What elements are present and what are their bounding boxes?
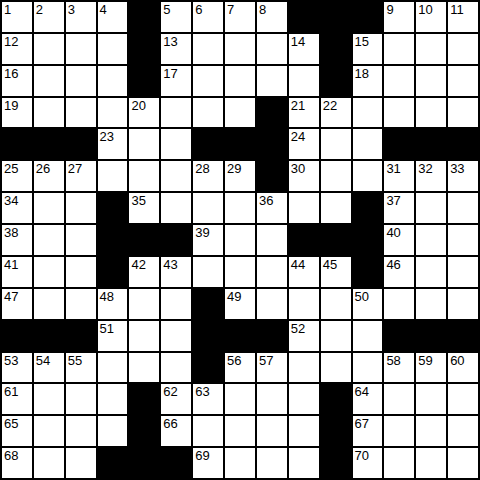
clue-number-58: 58: [386, 353, 400, 368]
clue-number-51: 51: [100, 321, 114, 336]
black-cell-r7c11: [353, 225, 383, 255]
black-cell-r10c6: [193, 321, 223, 351]
clue-number-50: 50: [355, 289, 369, 304]
white-cell-r4c10[interactable]: [321, 129, 351, 159]
white-cell-r0c6[interactable]: 6: [193, 2, 223, 32]
clue-number-70: 70: [355, 448, 369, 463]
black-cell-r9c6: [193, 289, 223, 319]
clue-number-17: 17: [163, 66, 177, 81]
white-cell-r5c2[interactable]: 27: [66, 161, 96, 191]
white-cell-r10c5[interactable]: [161, 321, 191, 351]
white-cell-r7c8[interactable]: [257, 225, 287, 255]
white-cell-r10c10[interactable]: [321, 321, 351, 351]
black-cell-r10c2: [66, 321, 96, 351]
white-cell-r9c0[interactable]: 47: [2, 289, 32, 319]
black-cell-r7c5: [161, 225, 191, 255]
white-cell-r9c13[interactable]: [416, 289, 446, 319]
clue-number-25: 25: [4, 161, 18, 176]
white-cell-r10c3[interactable]: 51: [98, 321, 128, 351]
white-cell-r12c7[interactable]: [225, 384, 255, 414]
black-cell-r7c4: [129, 225, 159, 255]
white-cell-r2c13[interactable]: [416, 66, 446, 96]
white-cell-r2c3[interactable]: [98, 66, 128, 96]
white-cell-r6c0[interactable]: 34: [2, 193, 32, 223]
white-cell-r5c14[interactable]: 33: [448, 161, 478, 191]
clue-number-57: 57: [259, 353, 273, 368]
white-cell-r0c13[interactable]: 10: [416, 2, 446, 32]
white-cell-r5c4[interactable]: [129, 161, 159, 191]
white-cell-r12c0[interactable]: 61: [2, 384, 32, 414]
white-cell-r7c1[interactable]: [34, 225, 64, 255]
white-cell-r12c11[interactable]: 64: [353, 384, 383, 414]
white-cell-r13c0[interactable]: 65: [2, 416, 32, 446]
white-cell-r4c3[interactable]: 23: [98, 129, 128, 159]
white-cell-r1c2[interactable]: [66, 34, 96, 64]
black-cell-r0c11: [353, 2, 383, 32]
black-cell-r0c4: [129, 2, 159, 32]
white-cell-r8c13[interactable]: [416, 257, 446, 287]
black-cell-r4c14: [448, 129, 478, 159]
white-cell-r1c11[interactable]: 15: [353, 34, 383, 64]
white-cell-r14c8[interactable]: [257, 448, 287, 478]
white-cell-r6c12[interactable]: 37: [384, 193, 414, 223]
clue-number-8: 8: [259, 2, 266, 17]
white-cell-r6c2[interactable]: [66, 193, 96, 223]
white-cell-r3c12[interactable]: [384, 98, 414, 128]
white-cell-r5c9[interactable]: 30: [289, 161, 319, 191]
white-cell-r4c5[interactable]: [161, 129, 191, 159]
white-cell-r4c11[interactable]: [353, 129, 383, 159]
clue-number-13: 13: [163, 34, 177, 49]
white-cell-r2c1[interactable]: [34, 66, 64, 96]
white-cell-r8c4[interactable]: 42: [129, 257, 159, 287]
black-cell-r10c14: [448, 321, 478, 351]
clue-number-40: 40: [386, 225, 400, 240]
black-cell-r1c4: [129, 34, 159, 64]
clue-number-36: 36: [259, 193, 273, 208]
clue-number-69: 69: [195, 448, 209, 463]
white-cell-r7c2[interactable]: [66, 225, 96, 255]
white-cell-r12c13[interactable]: [416, 384, 446, 414]
black-cell-r10c8: [257, 321, 287, 351]
white-cell-r3c1[interactable]: [34, 98, 64, 128]
clue-number-20: 20: [131, 98, 145, 113]
white-cell-r5c12[interactable]: 31: [384, 161, 414, 191]
white-cell-r2c11[interactable]: 18: [353, 66, 383, 96]
white-cell-r1c5[interactable]: 13: [161, 34, 191, 64]
white-cell-r1c13[interactable]: [416, 34, 446, 64]
white-cell-r1c7[interactable]: [225, 34, 255, 64]
clue-number-64: 64: [355, 384, 369, 399]
clue-number-53: 53: [4, 353, 18, 368]
white-cell-r2c2[interactable]: [66, 66, 96, 96]
white-cell-r7c12[interactable]: 40: [384, 225, 414, 255]
white-cell-r3c11[interactable]: [353, 98, 383, 128]
white-cell-r3c6[interactable]: [193, 98, 223, 128]
clue-number-46: 46: [386, 257, 400, 272]
clue-number-34: 34: [4, 193, 18, 208]
white-cell-r9c12[interactable]: [384, 289, 414, 319]
black-cell-r1c10: [321, 34, 351, 64]
black-cell-r2c10: [321, 66, 351, 96]
white-cell-r1c9[interactable]: 14: [289, 34, 319, 64]
white-cell-r6c1[interactable]: [34, 193, 64, 223]
white-cell-r12c1[interactable]: [34, 384, 64, 414]
clue-number-10: 10: [418, 2, 432, 17]
black-cell-r14c3: [98, 448, 128, 478]
black-cell-r14c4: [129, 448, 159, 478]
white-cell-r14c14[interactable]: [448, 448, 478, 478]
white-cell-r11c7[interactable]: 56: [225, 353, 255, 383]
black-cell-r6c11: [353, 193, 383, 223]
black-cell-r4c0: [2, 129, 32, 159]
black-cell-r10c7: [225, 321, 255, 351]
white-cell-r2c12[interactable]: [384, 66, 414, 96]
white-cell-r0c2[interactable]: 3: [66, 2, 96, 32]
clue-number-24: 24: [291, 129, 305, 144]
clue-number-18: 18: [355, 66, 369, 81]
white-cell-r11c13[interactable]: 59: [416, 353, 446, 383]
black-cell-r4c12: [384, 129, 414, 159]
clue-number-23: 23: [100, 129, 114, 144]
clue-number-28: 28: [195, 161, 209, 176]
white-cell-r1c6[interactable]: [193, 34, 223, 64]
clue-number-52: 52: [291, 321, 305, 336]
white-cell-r14c2[interactable]: [66, 448, 96, 478]
clue-number-62: 62: [163, 384, 177, 399]
white-cell-r11c4[interactable]: [129, 353, 159, 383]
white-cell-r1c0[interactable]: 12: [2, 34, 32, 64]
white-cell-r1c14[interactable]: [448, 34, 478, 64]
white-cell-r5c5[interactable]: [161, 161, 191, 191]
clue-number-68: 68: [4, 448, 18, 463]
clue-number-31: 31: [386, 161, 400, 176]
clue-number-41: 41: [4, 257, 18, 272]
clue-number-15: 15: [355, 34, 369, 49]
clue-number-1: 1: [4, 2, 11, 17]
black-cell-r0c9: [289, 2, 319, 32]
clue-number-3: 3: [68, 2, 75, 17]
white-cell-r13c14[interactable]: [448, 416, 478, 446]
clue-number-16: 16: [4, 66, 18, 81]
black-cell-r14c10: [321, 448, 351, 478]
clue-number-30: 30: [291, 161, 305, 176]
white-cell-r1c3[interactable]: [98, 34, 128, 64]
white-cell-r11c0[interactable]: 53: [2, 353, 32, 383]
black-cell-r3c8: [257, 98, 287, 128]
clue-number-42: 42: [131, 257, 145, 272]
black-cell-r4c13: [416, 129, 446, 159]
white-cell-r3c7[interactable]: [225, 98, 255, 128]
white-cell-r3c10[interactable]: 22: [321, 98, 351, 128]
white-cell-r12c14[interactable]: [448, 384, 478, 414]
white-cell-r14c0[interactable]: 68: [2, 448, 32, 478]
white-cell-r7c7[interactable]: [225, 225, 255, 255]
white-cell-r9c1[interactable]: [34, 289, 64, 319]
white-cell-r6c7[interactable]: [225, 193, 255, 223]
white-cell-r3c13[interactable]: [416, 98, 446, 128]
white-cell-r12c6[interactable]: 63: [193, 384, 223, 414]
clue-number-48: 48: [100, 289, 114, 304]
white-cell-r1c1[interactable]: [34, 34, 64, 64]
white-cell-r6c6[interactable]: [193, 193, 223, 223]
white-cell-r2c14[interactable]: [448, 66, 478, 96]
black-cell-r10c12: [384, 321, 414, 351]
white-cell-r6c14[interactable]: [448, 193, 478, 223]
clue-number-33: 33: [450, 161, 464, 176]
white-cell-r11c2[interactable]: 55: [66, 353, 96, 383]
clue-number-49: 49: [227, 289, 241, 304]
white-cell-r13c6[interactable]: [193, 416, 223, 446]
clue-number-9: 9: [386, 2, 393, 17]
clue-number-61: 61: [4, 384, 18, 399]
white-cell-r7c14[interactable]: [448, 225, 478, 255]
white-cell-r9c9[interactable]: [289, 289, 319, 319]
white-cell-r11c5[interactable]: [161, 353, 191, 383]
white-cell-r11c3[interactable]: [98, 353, 128, 383]
black-cell-r6c3: [98, 193, 128, 223]
clue-number-4: 4: [100, 2, 107, 17]
black-cell-r13c4: [129, 416, 159, 446]
clue-number-56: 56: [227, 353, 241, 368]
white-cell-r4c9[interactable]: 24: [289, 129, 319, 159]
black-cell-r4c7: [225, 129, 255, 159]
white-cell-r0c7[interactable]: 7: [225, 2, 255, 32]
white-cell-r13c13[interactable]: [416, 416, 446, 446]
white-cell-r7c0[interactable]: 38: [2, 225, 32, 255]
white-cell-r8c1[interactable]: [34, 257, 64, 287]
white-cell-r12c3[interactable]: [98, 384, 128, 414]
white-cell-r2c5[interactable]: 17: [161, 66, 191, 96]
white-cell-r5c7[interactable]: 29: [225, 161, 255, 191]
clue-number-27: 27: [68, 161, 82, 176]
clue-number-44: 44: [291, 257, 305, 272]
white-cell-r6c8[interactable]: 36: [257, 193, 287, 223]
white-cell-r9c7[interactable]: 49: [225, 289, 255, 319]
black-cell-r2c4: [129, 66, 159, 96]
white-cell-r8c12[interactable]: 46: [384, 257, 414, 287]
clue-number-22: 22: [323, 98, 337, 113]
clue-number-63: 63: [195, 384, 209, 399]
white-cell-r5c10[interactable]: [321, 161, 351, 191]
clue-number-37: 37: [386, 193, 400, 208]
white-cell-r9c10[interactable]: [321, 289, 351, 319]
white-cell-r9c4[interactable]: [129, 289, 159, 319]
white-cell-r6c5[interactable]: [161, 193, 191, 223]
white-cell-r8c0[interactable]: 41: [2, 257, 32, 287]
white-cell-r0c8[interactable]: 8: [257, 2, 287, 32]
white-cell-r13c1[interactable]: [34, 416, 64, 446]
white-cell-r1c8[interactable]: [257, 34, 287, 64]
black-cell-r5c8: [257, 161, 287, 191]
black-cell-r11c6: [193, 353, 223, 383]
white-cell-r2c6[interactable]: [193, 66, 223, 96]
white-cell-r11c8[interactable]: 57: [257, 353, 287, 383]
white-cell-r5c6[interactable]: 28: [193, 161, 223, 191]
clue-number-35: 35: [131, 193, 145, 208]
clue-number-26: 26: [36, 161, 50, 176]
white-cell-r9c14[interactable]: [448, 289, 478, 319]
black-cell-r7c3: [98, 225, 128, 255]
white-cell-r8c7[interactable]: [225, 257, 255, 287]
clue-number-12: 12: [4, 34, 18, 49]
clue-number-5: 5: [163, 2, 170, 17]
crossword-grid: 1234567891011121314151617181920212223242…: [0, 0, 480, 480]
white-cell-r12c12[interactable]: [384, 384, 414, 414]
white-cell-r14c1[interactable]: [34, 448, 64, 478]
white-cell-r2c7[interactable]: [225, 66, 255, 96]
white-cell-r10c4[interactable]: [129, 321, 159, 351]
black-cell-r12c4: [129, 384, 159, 414]
white-cell-r14c11[interactable]: 70: [353, 448, 383, 478]
clue-number-54: 54: [36, 353, 50, 368]
white-cell-r8c5[interactable]: 43: [161, 257, 191, 287]
white-cell-r13c12[interactable]: [384, 416, 414, 446]
white-cell-r8c10[interactable]: 45: [321, 257, 351, 287]
black-cell-r7c9: [289, 225, 319, 255]
clue-number-39: 39: [195, 225, 209, 240]
black-cell-r4c2: [66, 129, 96, 159]
black-cell-r7c10: [321, 225, 351, 255]
clue-number-45: 45: [323, 257, 337, 272]
black-cell-r4c8: [257, 129, 287, 159]
white-cell-r8c14[interactable]: [448, 257, 478, 287]
white-cell-r3c5[interactable]: [161, 98, 191, 128]
black-cell-r10c1: [34, 321, 64, 351]
white-cell-r12c2[interactable]: [66, 384, 96, 414]
white-cell-r11c1[interactable]: 54: [34, 353, 64, 383]
clue-number-21: 21: [291, 98, 305, 113]
white-cell-r6c9[interactable]: [289, 193, 319, 223]
white-cell-r4c4[interactable]: [129, 129, 159, 159]
white-cell-r13c7[interactable]: [225, 416, 255, 446]
white-cell-r14c9[interactable]: [289, 448, 319, 478]
white-cell-r13c5[interactable]: 66: [161, 416, 191, 446]
white-cell-r9c8[interactable]: [257, 289, 287, 319]
white-cell-r12c8[interactable]: [257, 384, 287, 414]
black-cell-r10c0: [2, 321, 32, 351]
white-cell-r12c5[interactable]: 62: [161, 384, 191, 414]
white-cell-r13c2[interactable]: [66, 416, 96, 446]
white-cell-r8c2[interactable]: [66, 257, 96, 287]
white-cell-r3c0[interactable]: 19: [2, 98, 32, 128]
white-cell-r5c0[interactable]: 25: [2, 161, 32, 191]
clue-number-43: 43: [163, 257, 177, 272]
white-cell-r6c13[interactable]: [416, 193, 446, 223]
clue-number-66: 66: [163, 416, 177, 431]
clue-number-59: 59: [418, 353, 432, 368]
white-cell-r0c0[interactable]: 1: [2, 2, 32, 32]
white-cell-r2c9[interactable]: [289, 66, 319, 96]
black-cell-r4c1: [34, 129, 64, 159]
white-cell-r11c9[interactable]: [289, 353, 319, 383]
white-cell-r3c9[interactable]: 21: [289, 98, 319, 128]
clue-number-65: 65: [4, 416, 18, 431]
black-cell-r8c3: [98, 257, 128, 287]
clue-number-29: 29: [227, 161, 241, 176]
white-cell-r2c0[interactable]: 16: [2, 66, 32, 96]
white-cell-r9c5[interactable]: [161, 289, 191, 319]
white-cell-r5c1[interactable]: 26: [34, 161, 64, 191]
black-cell-r0c10: [321, 2, 351, 32]
white-cell-r12c9[interactable]: [289, 384, 319, 414]
white-cell-r14c7[interactable]: [225, 448, 255, 478]
clue-number-38: 38: [4, 225, 18, 240]
white-cell-r8c6[interactable]: [193, 257, 223, 287]
white-cell-r1c12[interactable]: [384, 34, 414, 64]
white-cell-r0c5[interactable]: 5: [161, 2, 191, 32]
white-cell-r11c11[interactable]: [353, 353, 383, 383]
white-cell-r11c12[interactable]: 58: [384, 353, 414, 383]
black-cell-r8c11: [353, 257, 383, 287]
black-cell-r14c5: [161, 448, 191, 478]
black-cell-r13c10: [321, 416, 351, 446]
black-cell-r4c6: [193, 129, 223, 159]
clue-number-14: 14: [291, 34, 305, 49]
clue-number-6: 6: [195, 2, 202, 17]
white-cell-r2c8[interactable]: [257, 66, 287, 96]
clue-number-55: 55: [68, 353, 82, 368]
white-cell-r5c3[interactable]: [98, 161, 128, 191]
clue-number-47: 47: [4, 289, 18, 304]
white-cell-r0c14[interactable]: 11: [448, 2, 478, 32]
white-cell-r7c13[interactable]: [416, 225, 446, 255]
white-cell-r11c10[interactable]: [321, 353, 351, 383]
white-cell-r14c13[interactable]: [416, 448, 446, 478]
clue-number-32: 32: [418, 161, 432, 176]
white-cell-r13c8[interactable]: [257, 416, 287, 446]
white-cell-r11c14[interactable]: 60: [448, 353, 478, 383]
clue-number-7: 7: [227, 2, 234, 17]
white-cell-r13c3[interactable]: [98, 416, 128, 446]
white-cell-r8c9[interactable]: 44: [289, 257, 319, 287]
white-cell-r6c4[interactable]: 35: [129, 193, 159, 223]
white-cell-r10c11[interactable]: [353, 321, 383, 351]
black-cell-r10c13: [416, 321, 446, 351]
white-cell-r3c4[interactable]: 20: [129, 98, 159, 128]
white-cell-r0c1[interactable]: 2: [34, 2, 64, 32]
white-cell-r5c13[interactable]: 32: [416, 161, 446, 191]
white-cell-r0c12[interactable]: 9: [384, 2, 414, 32]
white-cell-r10c9[interactable]: 52: [289, 321, 319, 351]
white-cell-r3c2[interactable]: [66, 98, 96, 128]
clue-number-60: 60: [450, 353, 464, 368]
white-cell-r3c14[interactable]: [448, 98, 478, 128]
clue-number-11: 11: [450, 2, 464, 17]
white-cell-r7c6[interactable]: 39: [193, 225, 223, 255]
clue-number-2: 2: [36, 2, 43, 17]
white-cell-r9c11[interactable]: 50: [353, 289, 383, 319]
clue-number-19: 19: [4, 98, 18, 113]
white-cell-r13c11[interactable]: 67: [353, 416, 383, 446]
white-cell-r14c12[interactable]: [384, 448, 414, 478]
white-cell-r9c2[interactable]: [66, 289, 96, 319]
white-cell-r13c9[interactable]: [289, 416, 319, 446]
white-cell-r14c6[interactable]: 69: [193, 448, 223, 478]
clue-number-67: 67: [355, 416, 369, 431]
white-cell-r3c3[interactable]: [98, 98, 128, 128]
black-cell-r12c10: [321, 384, 351, 414]
white-cell-r5c11[interactable]: [353, 161, 383, 191]
white-cell-r9c3[interactable]: 48: [98, 289, 128, 319]
white-cell-r8c8[interactable]: [257, 257, 287, 287]
white-cell-r0c3[interactable]: 4: [98, 2, 128, 32]
white-cell-r6c10[interactable]: [321, 193, 351, 223]
